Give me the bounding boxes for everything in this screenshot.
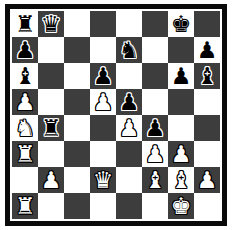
square-e1[interactable] — [116, 193, 142, 219]
square-f5[interactable] — [142, 89, 168, 115]
black-pawn: ♟ — [12, 37, 38, 63]
square-c7[interactable] — [64, 37, 90, 63]
square-a7[interactable]: ♟ — [12, 37, 38, 63]
black-bishop: ♝ — [12, 63, 38, 89]
black-pawn: ♟ — [142, 115, 168, 141]
square-c6[interactable] — [64, 63, 90, 89]
black-pawn: ♟ — [194, 37, 220, 63]
white-knight: ♞ — [12, 115, 38, 141]
square-h8[interactable] — [194, 11, 220, 37]
square-g6[interactable]: ♟ — [168, 63, 194, 89]
square-g7[interactable] — [168, 37, 194, 63]
black-pawn: ♟ — [168, 63, 194, 89]
square-d6[interactable]: ♟ — [90, 63, 116, 89]
black-rook: ♜ — [12, 11, 38, 37]
black-king: ♚ — [168, 11, 194, 37]
black-knight: ♞ — [116, 37, 142, 63]
square-d2[interactable]: ♛ — [90, 167, 116, 193]
square-b3[interactable] — [38, 141, 64, 167]
square-f7[interactable] — [142, 37, 168, 63]
white-pawn: ♟ — [168, 141, 194, 167]
square-a6[interactable]: ♝ — [12, 63, 38, 89]
square-f8[interactable] — [142, 11, 168, 37]
white-pawn: ♟ — [38, 167, 64, 193]
black-queen: ♛ — [38, 11, 64, 37]
black-rook: ♜ — [38, 115, 64, 141]
square-g8[interactable]: ♚ — [168, 11, 194, 37]
square-d4[interactable] — [90, 115, 116, 141]
square-g3[interactable]: ♟ — [168, 141, 194, 167]
square-d5[interactable]: ♟ — [90, 89, 116, 115]
square-h3[interactable] — [194, 141, 220, 167]
square-d1[interactable] — [90, 193, 116, 219]
square-a1[interactable]: ♜ — [12, 193, 38, 219]
square-f2[interactable]: ♝ — [142, 167, 168, 193]
square-a2[interactable] — [12, 167, 38, 193]
square-d7[interactable] — [90, 37, 116, 63]
square-b2[interactable]: ♟ — [38, 167, 64, 193]
white-bishop: ♝ — [168, 167, 194, 193]
square-b8[interactable]: ♛ — [38, 11, 64, 37]
white-rook: ♜ — [12, 193, 38, 219]
square-a3[interactable]: ♜ — [12, 141, 38, 167]
square-h4[interactable] — [194, 115, 220, 141]
chess-board: ♜♛♚♟♞♟♝♟♟♝♟♟♟♞♜♟♟♜♟♟♟♛♝♝♟♜♚ — [12, 11, 220, 219]
square-c3[interactable] — [64, 141, 90, 167]
square-e2[interactable] — [116, 167, 142, 193]
square-c8[interactable] — [64, 11, 90, 37]
square-d3[interactable] — [90, 141, 116, 167]
square-b5[interactable] — [38, 89, 64, 115]
black-pawn: ♟ — [116, 89, 142, 115]
square-b6[interactable] — [38, 63, 64, 89]
black-bishop: ♝ — [194, 63, 220, 89]
square-b7[interactable] — [38, 37, 64, 63]
white-queen: ♛ — [90, 167, 116, 193]
square-d8[interactable] — [90, 11, 116, 37]
white-pawn: ♟ — [116, 115, 142, 141]
square-e7[interactable]: ♞ — [116, 37, 142, 63]
square-e6[interactable] — [116, 63, 142, 89]
square-e8[interactable] — [116, 11, 142, 37]
square-c5[interactable] — [64, 89, 90, 115]
square-c4[interactable] — [64, 115, 90, 141]
white-bishop: ♝ — [142, 167, 168, 193]
white-king: ♚ — [168, 193, 194, 219]
chess-diagram: ♜♛♚♟♞♟♝♟♟♝♟♟♟♞♜♟♟♜♟♟♟♛♝♝♟♜♚ — [0, 0, 232, 230]
square-f3[interactable]: ♟ — [142, 141, 168, 167]
square-e3[interactable] — [116, 141, 142, 167]
square-b1[interactable] — [38, 193, 64, 219]
square-f4[interactable]: ♟ — [142, 115, 168, 141]
white-rook: ♜ — [12, 141, 38, 167]
square-g4[interactable] — [168, 115, 194, 141]
square-f1[interactable] — [142, 193, 168, 219]
square-a5[interactable]: ♟ — [12, 89, 38, 115]
white-pawn: ♟ — [12, 89, 38, 115]
black-pawn: ♟ — [90, 63, 116, 89]
white-pawn: ♟ — [90, 89, 116, 115]
square-b4[interactable]: ♜ — [38, 115, 64, 141]
square-c2[interactable] — [64, 167, 90, 193]
white-pawn: ♟ — [194, 167, 220, 193]
square-h6[interactable]: ♝ — [194, 63, 220, 89]
square-e5[interactable]: ♟ — [116, 89, 142, 115]
square-a8[interactable]: ♜ — [12, 11, 38, 37]
square-e4[interactable]: ♟ — [116, 115, 142, 141]
square-c1[interactable] — [64, 193, 90, 219]
square-a4[interactable]: ♞ — [12, 115, 38, 141]
square-g5[interactable] — [168, 89, 194, 115]
square-h5[interactable] — [194, 89, 220, 115]
square-g2[interactable]: ♝ — [168, 167, 194, 193]
square-h2[interactable]: ♟ — [194, 167, 220, 193]
square-h7[interactable]: ♟ — [194, 37, 220, 63]
white-pawn: ♟ — [142, 141, 168, 167]
square-f6[interactable] — [142, 63, 168, 89]
board-frame: ♜♛♚♟♞♟♝♟♟♝♟♟♟♞♜♟♟♜♟♟♟♛♝♝♟♜♚ — [5, 4, 227, 226]
square-h1[interactable] — [194, 193, 220, 219]
square-g1[interactable]: ♚ — [168, 193, 194, 219]
